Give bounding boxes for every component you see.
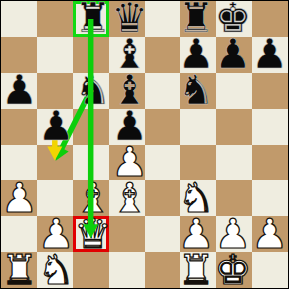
cell-g1: ♚	[214, 252, 251, 288]
piece-black-knight-c6[interactable]: ♞	[75, 73, 112, 108]
cell-b5: ♟	[38, 109, 75, 145]
square-g4[interactable]	[216, 145, 252, 181]
square-a5[interactable]	[1, 109, 37, 145]
cell-f1: ♜	[178, 252, 215, 288]
chess-board: ♜♛♜♚♝♟♟♟♟♞♝♞♟♟♟♟♝♝♞♟♛♟♟♟♜♞♜♚	[0, 0, 289, 289]
piece-white-rook-f1[interactable]: ♜	[178, 253, 215, 288]
square-e6[interactable]	[145, 73, 181, 109]
cell-a3: ♟	[1, 180, 38, 216]
square-h6[interactable]	[252, 73, 288, 109]
square-c5[interactable]	[73, 109, 109, 145]
piece-white-bishop-d3[interactable]: ♝	[111, 181, 148, 216]
piece-black-rook-c8[interactable]: ♜	[75, 1, 112, 36]
square-b7[interactable]	[37, 37, 73, 73]
square-e7[interactable]	[145, 37, 181, 73]
piece-white-pawn-a3[interactable]: ♟	[1, 181, 38, 216]
square-g5[interactable]	[216, 109, 252, 145]
piece-white-rook-a1[interactable]: ♜	[1, 253, 38, 288]
piece-black-pawn-b5[interactable]: ♟	[38, 109, 75, 144]
square-e5[interactable]	[145, 109, 181, 145]
cell-a6: ♟	[1, 73, 38, 109]
piece-white-knight-b1[interactable]: ♞	[38, 253, 75, 288]
square-h5[interactable]	[252, 109, 288, 145]
square-a8[interactable]	[1, 1, 37, 37]
cell-h2: ♟	[251, 216, 288, 252]
piece-white-pawn-h2[interactable]: ♟	[251, 217, 288, 252]
square-f5[interactable]	[180, 109, 216, 145]
piece-black-pawn-a6[interactable]: ♟	[1, 73, 38, 108]
cell-a1: ♜	[1, 252, 38, 288]
square-b8[interactable]	[37, 1, 73, 37]
square-e4[interactable]	[145, 145, 181, 181]
square-d1[interactable]	[109, 252, 145, 288]
cell-d3: ♝	[111, 180, 148, 216]
piece-black-pawn-g7[interactable]: ♟	[214, 37, 251, 72]
square-g6[interactable]	[216, 73, 252, 109]
square-e1[interactable]	[145, 252, 181, 288]
cell-g7: ♟	[214, 37, 251, 73]
piece-white-queen-c2[interactable]: ♛	[75, 217, 112, 252]
cell-c2: ♛	[75, 216, 112, 252]
square-h4[interactable]	[252, 145, 288, 181]
cell-b1: ♞	[38, 252, 75, 288]
cell-c6: ♞	[75, 73, 112, 109]
square-e8[interactable]	[145, 1, 181, 37]
cell-c8: ♜	[75, 1, 112, 37]
piece-black-pawn-h7[interactable]: ♟	[251, 37, 288, 72]
cell-f6: ♞	[178, 73, 215, 109]
square-e3[interactable]	[145, 180, 181, 216]
cell-h7: ♟	[251, 37, 288, 73]
piece-white-king-g1[interactable]: ♚	[214, 253, 251, 288]
square-e2[interactable]	[145, 216, 181, 252]
piece-black-knight-f6[interactable]: ♞	[178, 73, 215, 108]
